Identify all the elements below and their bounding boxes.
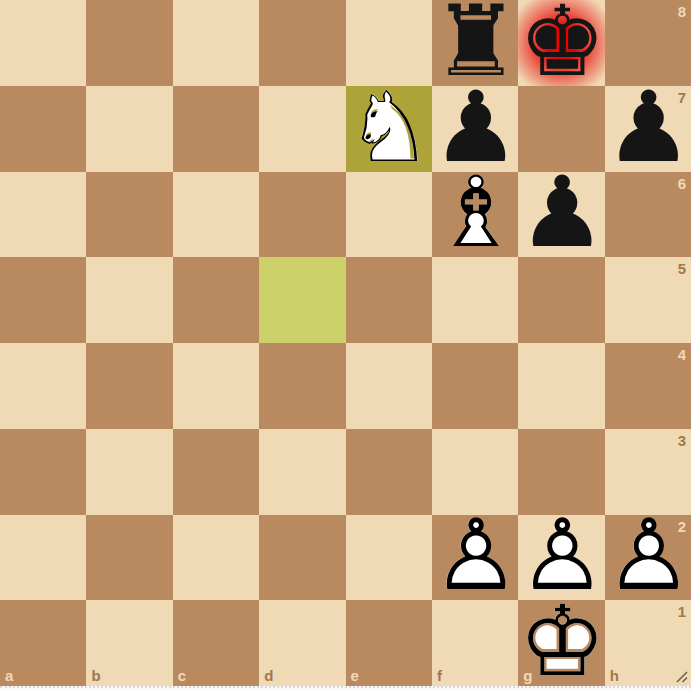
square-c1[interactable]: c [173,600,259,686]
piece-black-pawn[interactable]: ♟ [605,86,691,172]
rank-label: 6 [678,175,686,192]
square-d8[interactable] [259,0,345,86]
piece-black-pawn[interactable]: ♟ [432,86,518,172]
square-c2[interactable] [173,515,259,601]
page-bottom-strip [0,686,691,691]
square-c3[interactable] [173,429,259,515]
square-c6[interactable] [173,172,259,258]
square-h5[interactable]: 5 [605,257,691,343]
white-pawn-glyph: ♟ [518,506,604,604]
square-h3[interactable]: 3 [605,429,691,515]
square-d4[interactable] [259,343,345,429]
square-g8[interactable]: ♚ [518,0,604,86]
square-h6[interactable]: 6 [605,172,691,258]
file-label: h [610,667,619,684]
square-a4[interactable] [0,343,86,429]
file-label: a [5,667,13,684]
white-bishop-outline-glyph: ♗ [432,163,518,261]
square-a3[interactable] [0,429,86,515]
square-h8[interactable]: 8 [605,0,691,86]
square-b6[interactable] [86,172,172,258]
square-b1[interactable]: b [86,600,172,686]
rank-label: 5 [678,260,686,277]
square-e5[interactable] [346,257,432,343]
square-e1[interactable]: e [346,600,432,686]
square-a8[interactable] [0,0,86,86]
square-f6[interactable]: ♝♗ [432,172,518,258]
piece-white-knight[interactable]: ♞♘ [346,86,432,172]
square-b8[interactable] [86,0,172,86]
piece-black-king[interactable]: ♚ [518,0,604,86]
square-g2[interactable]: ♟♙ [518,515,604,601]
square-h2[interactable]: 2♟♙ [605,515,691,601]
square-g5[interactable] [518,257,604,343]
square-c5[interactable] [173,257,259,343]
square-d6[interactable] [259,172,345,258]
square-f8[interactable]: ♜ [432,0,518,86]
square-f5[interactable] [432,257,518,343]
square-e6[interactable] [346,172,432,258]
white-pawn-glyph: ♟ [605,506,691,604]
black-pawn-glyph: ♟ [605,78,691,176]
black-king-glyph: ♚ [518,0,604,90]
square-f1[interactable]: f [432,600,518,686]
square-d2[interactable] [259,515,345,601]
square-a2[interactable] [0,515,86,601]
square-e7[interactable]: ♞♘ [346,86,432,172]
square-g7[interactable] [518,86,604,172]
rank-label: 8 [678,3,686,20]
file-label: e [351,667,359,684]
square-a6[interactable] [0,172,86,258]
square-d5[interactable] [259,257,345,343]
white-knight-outline-glyph: ♘ [346,78,432,176]
file-label: b [91,667,100,684]
resize-handle-icon[interactable] [674,669,688,683]
square-d7[interactable] [259,86,345,172]
square-a7[interactable] [0,86,86,172]
white-king-outline-glyph: ♔ [518,592,604,690]
white-knight-glyph: ♞ [346,78,432,176]
rank-label: 1 [678,603,686,620]
white-king-glyph: ♚ [518,592,604,690]
square-c4[interactable] [173,343,259,429]
square-e4[interactable] [346,343,432,429]
square-g1[interactable]: g♚♔ [518,600,604,686]
rank-label: 3 [678,432,686,449]
file-label: d [264,667,273,684]
square-c7[interactable] [173,86,259,172]
white-bishop-glyph: ♝ [432,163,518,261]
square-b7[interactable] [86,86,172,172]
square-h4[interactable]: 4 [605,343,691,429]
square-a1[interactable]: a [0,600,86,686]
square-g6[interactable]: ♟ [518,172,604,258]
chess-board: ♜♚8♞♘♟7♟♝♗♟6543♟♙♟♙2♟♙abcdefg♚♔1h [0,0,691,686]
square-c8[interactable] [173,0,259,86]
square-b2[interactable] [86,515,172,601]
white-pawn-outline-glyph: ♙ [432,506,518,604]
piece-white-pawn[interactable]: ♟♙ [605,515,691,601]
black-pawn-glyph: ♟ [432,78,518,176]
square-f3[interactable] [432,429,518,515]
square-h7[interactable]: 7♟ [605,86,691,172]
piece-white-king[interactable]: ♚♔ [518,600,604,686]
square-b5[interactable] [86,257,172,343]
square-b4[interactable] [86,343,172,429]
square-d3[interactable] [259,429,345,515]
square-g4[interactable] [518,343,604,429]
file-label: c [178,667,186,684]
square-e3[interactable] [346,429,432,515]
square-g3[interactable] [518,429,604,515]
rank-label: 4 [678,346,686,363]
white-pawn-outline-glyph: ♙ [518,506,604,604]
piece-white-pawn[interactable]: ♟♙ [518,515,604,601]
chess-app: ♜♚8♞♘♟7♟♝♗♟6543♟♙♟♙2♟♙abcdefg♚♔1h [0,0,691,691]
square-e2[interactable] [346,515,432,601]
square-e8[interactable] [346,0,432,86]
white-pawn-outline-glyph: ♙ [605,506,691,604]
piece-white-pawn[interactable]: ♟♙ [432,515,518,601]
square-f2[interactable]: ♟♙ [432,515,518,601]
black-rook-glyph: ♜ [432,0,518,90]
square-f7[interactable]: ♟ [432,86,518,172]
file-label: f [437,667,442,684]
black-pawn-glyph: ♟ [518,163,604,261]
white-pawn-glyph: ♟ [432,506,518,604]
square-f4[interactable] [432,343,518,429]
square-a5[interactable] [0,257,86,343]
piece-black-rook[interactable]: ♜ [432,0,518,86]
piece-white-bishop[interactable]: ♝♗ [432,172,518,258]
piece-black-pawn[interactable]: ♟ [518,172,604,258]
square-d1[interactable]: d [259,600,345,686]
square-b3[interactable] [86,429,172,515]
